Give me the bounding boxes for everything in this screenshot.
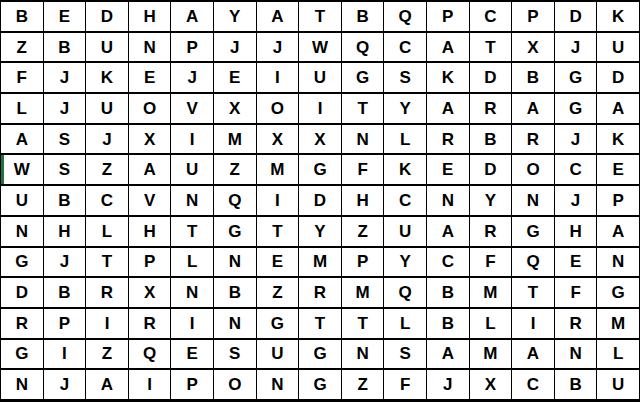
grid-cell[interactable]: Q bbox=[214, 186, 256, 215]
grid-cell[interactable]: L bbox=[384, 309, 426, 338]
grid-cell[interactable]: M bbox=[470, 278, 512, 307]
grid-cell[interactable]: A bbox=[257, 2, 299, 31]
grid-cell[interactable]: J bbox=[555, 125, 597, 154]
grid-cell[interactable]: A bbox=[512, 94, 554, 123]
grid-cell[interactable]: G bbox=[299, 370, 341, 399]
grid-cell[interactable]: Z bbox=[342, 217, 384, 246]
grid-cell[interactable]: B bbox=[44, 186, 86, 215]
grid-cell[interactable]: G bbox=[597, 278, 639, 307]
grid-cell[interactable]: A bbox=[427, 217, 469, 246]
grid-cell[interactable]: E bbox=[427, 155, 469, 184]
grid-cell[interactable]: K bbox=[384, 155, 426, 184]
grid-cell[interactable]: D bbox=[555, 2, 597, 31]
grid-cell[interactable]: Y bbox=[299, 217, 341, 246]
grid-cell[interactable]: G bbox=[214, 217, 256, 246]
grid-cell[interactable]: P bbox=[44, 309, 86, 338]
grid-cell[interactable]: S bbox=[384, 340, 426, 369]
grid-cell[interactable]: E bbox=[171, 340, 213, 369]
grid-cell[interactable]: A bbox=[171, 2, 213, 31]
grid-cell[interactable]: S bbox=[44, 155, 86, 184]
grid-cell[interactable]: B bbox=[427, 309, 469, 338]
grid-cell[interactable]: G bbox=[512, 217, 554, 246]
grid-cell[interactable]: Z bbox=[257, 278, 299, 307]
grid-cell[interactable]: T bbox=[512, 278, 554, 307]
grid-cell[interactable]: R bbox=[427, 125, 469, 154]
grid-cell[interactable]: U bbox=[86, 94, 128, 123]
grid-cell[interactable]: Y bbox=[384, 94, 426, 123]
grid-cell[interactable]: I bbox=[171, 309, 213, 338]
grid-cell[interactable]: O bbox=[512, 155, 554, 184]
grid-cell[interactable]: A bbox=[597, 217, 639, 246]
grid-cell[interactable]: R bbox=[86, 278, 128, 307]
grid-cell[interactable]: M bbox=[470, 340, 512, 369]
grid-cell[interactable]: Z bbox=[214, 155, 256, 184]
grid-cell[interactable]: M bbox=[342, 278, 384, 307]
grid-cell[interactable]: H bbox=[129, 217, 171, 246]
grid-cell[interactable]: A bbox=[427, 340, 469, 369]
grid-cell[interactable]: F bbox=[384, 370, 426, 399]
grid-cell[interactable]: U bbox=[597, 33, 639, 62]
grid-cell[interactable]: Y bbox=[470, 186, 512, 215]
grid-cell[interactable]: N bbox=[1, 370, 43, 399]
grid-cell[interactable]: B bbox=[512, 63, 554, 92]
grid-cell[interactable]: C bbox=[512, 370, 554, 399]
grid-cell[interactable]: A bbox=[129, 155, 171, 184]
grid-cell[interactable]: A bbox=[427, 33, 469, 62]
grid-cell[interactable]: G bbox=[299, 340, 341, 369]
grid-cell[interactable]: K bbox=[597, 2, 639, 31]
grid-cell[interactable]: J bbox=[44, 248, 86, 277]
grid-cell[interactable]: N bbox=[342, 125, 384, 154]
grid-cell[interactable]: Z bbox=[1, 33, 43, 62]
word-search-grid: BEDHAYATBQPCPDKZBUNPJJWQCATXJUFJKEJEIUGS… bbox=[0, 0, 640, 402]
grid-cell[interactable]: Z bbox=[342, 370, 384, 399]
grid-cell[interactable]: U bbox=[171, 155, 213, 184]
grid-cell[interactable]: E bbox=[214, 63, 256, 92]
grid-cell[interactable]: Y bbox=[214, 2, 256, 31]
grid-cell[interactable]: U bbox=[1, 186, 43, 215]
grid-cell[interactable]: T bbox=[342, 94, 384, 123]
grid-cell[interactable]: P bbox=[171, 370, 213, 399]
grid-cell[interactable]: O bbox=[257, 94, 299, 123]
grid-cell[interactable]: X bbox=[512, 33, 554, 62]
grid-cell[interactable]: B bbox=[427, 278, 469, 307]
grid-cell[interactable]: N bbox=[214, 248, 256, 277]
grid-cell[interactable]: B bbox=[555, 370, 597, 399]
grid-cell[interactable]: T bbox=[257, 217, 299, 246]
grid-cell[interactable]: P bbox=[342, 248, 384, 277]
grid-cell[interactable]: V bbox=[129, 186, 171, 215]
grid-cell[interactable]: N bbox=[597, 248, 639, 277]
grid-cell[interactable]: X bbox=[129, 125, 171, 154]
grid-cell[interactable]: B bbox=[470, 125, 512, 154]
grid-cell[interactable]: K bbox=[86, 63, 128, 92]
grid-cell[interactable]: Q bbox=[512, 248, 554, 277]
grid-cell[interactable]: E bbox=[257, 248, 299, 277]
grid-cell[interactable]: A bbox=[512, 340, 554, 369]
grid-cell[interactable]: P bbox=[427, 2, 469, 31]
grid-cell[interactable]: G bbox=[555, 63, 597, 92]
grid-cell[interactable]: J bbox=[44, 63, 86, 92]
grid-cell[interactable]: H bbox=[555, 217, 597, 246]
grid-cell[interactable]: D bbox=[299, 186, 341, 215]
grid-cell[interactable]: L bbox=[1, 94, 43, 123]
grid-cell[interactable]: M bbox=[214, 125, 256, 154]
grid-cell[interactable]: I bbox=[299, 94, 341, 123]
grid-cell[interactable]: D bbox=[597, 63, 639, 92]
grid-cell[interactable]: V bbox=[171, 94, 213, 123]
grid-cell[interactable]: D bbox=[470, 155, 512, 184]
grid-cell[interactable]: H bbox=[129, 2, 171, 31]
grid-cell[interactable]: J bbox=[555, 186, 597, 215]
grid-cell[interactable]: X bbox=[257, 125, 299, 154]
grid-cell[interactable]: W bbox=[299, 33, 341, 62]
grid-cell[interactable]: C bbox=[470, 2, 512, 31]
grid-cell[interactable]: S bbox=[214, 340, 256, 369]
grid-cell[interactable]: R bbox=[512, 125, 554, 154]
grid-cell[interactable]: L bbox=[171, 248, 213, 277]
grid-cell[interactable]: C bbox=[86, 186, 128, 215]
grid-cell[interactable]: Y bbox=[384, 248, 426, 277]
grid-cell[interactable]: P bbox=[597, 186, 639, 215]
grid-cell[interactable]: G bbox=[1, 248, 43, 277]
grid-cell[interactable]: M bbox=[597, 309, 639, 338]
grid-cell[interactable]: U bbox=[384, 217, 426, 246]
grid-cell[interactable]: G bbox=[257, 309, 299, 338]
grid-cell[interactable]: J bbox=[257, 33, 299, 62]
grid-cell[interactable]: O bbox=[214, 370, 256, 399]
grid-cell[interactable]: J bbox=[44, 94, 86, 123]
grid-cell[interactable]: U bbox=[597, 370, 639, 399]
grid-cell[interactable]: G bbox=[299, 155, 341, 184]
grid-cell[interactable]: I bbox=[129, 370, 171, 399]
grid-cell[interactable]: C bbox=[555, 155, 597, 184]
grid-cell[interactable]: M bbox=[257, 155, 299, 184]
grid-cell[interactable]: M bbox=[299, 248, 341, 277]
grid-cell[interactable]: N bbox=[129, 33, 171, 62]
grid-cell[interactable]: R bbox=[555, 309, 597, 338]
grid-cell[interactable]: J bbox=[44, 370, 86, 399]
grid-cell[interactable]: N bbox=[427, 186, 469, 215]
grid-cell[interactable]: X bbox=[214, 94, 256, 123]
grid-cell[interactable]: K bbox=[597, 125, 639, 154]
grid-cell[interactable]: P bbox=[512, 2, 554, 31]
grid-cell[interactable]: T bbox=[86, 248, 128, 277]
grid-cell[interactable]: L bbox=[86, 217, 128, 246]
grid-cell[interactable]: G bbox=[555, 94, 597, 123]
grid-cell[interactable]: U bbox=[257, 340, 299, 369]
grid-cell[interactable]: I bbox=[257, 186, 299, 215]
grid-cell[interactable]: I bbox=[512, 309, 554, 338]
grid-cell[interactable]: E bbox=[597, 155, 639, 184]
grid-cell[interactable]: P bbox=[171, 33, 213, 62]
grid-cell[interactable]: I bbox=[171, 125, 213, 154]
grid-cell[interactable]: T bbox=[299, 2, 341, 31]
grid-cell[interactable]: J bbox=[214, 33, 256, 62]
grid-cell[interactable]: N bbox=[555, 340, 597, 369]
grid-cell[interactable]: J bbox=[171, 63, 213, 92]
grid-cell[interactable]: E bbox=[555, 248, 597, 277]
grid-cell-accent[interactable]: W bbox=[1, 155, 43, 184]
grid-cell[interactable]: D bbox=[1, 278, 43, 307]
grid-cell[interactable]: R bbox=[470, 217, 512, 246]
grid-cell[interactable]: H bbox=[342, 186, 384, 215]
grid-cell[interactable]: C bbox=[384, 33, 426, 62]
grid-cell[interactable]: R bbox=[299, 278, 341, 307]
grid-cell[interactable]: E bbox=[44, 2, 86, 31]
grid-cell[interactable]: F bbox=[1, 63, 43, 92]
grid-cell[interactable]: K bbox=[427, 63, 469, 92]
grid-cell[interactable]: N bbox=[342, 340, 384, 369]
grid-cell[interactable]: J bbox=[427, 370, 469, 399]
grid-cell[interactable]: N bbox=[171, 278, 213, 307]
grid-cell[interactable]: R bbox=[470, 94, 512, 123]
grid-cell[interactable]: L bbox=[597, 340, 639, 369]
grid-cell[interactable]: R bbox=[1, 309, 43, 338]
grid-cell[interactable]: T bbox=[299, 309, 341, 338]
grid-cell[interactable]: U bbox=[86, 33, 128, 62]
grid-cell[interactable]: B bbox=[44, 33, 86, 62]
grid-cell[interactable]: J bbox=[555, 33, 597, 62]
grid-cell[interactable]: L bbox=[384, 125, 426, 154]
grid-cell[interactable]: I bbox=[257, 63, 299, 92]
grid-cell[interactable]: Q bbox=[129, 340, 171, 369]
grid-cell[interactable]: B bbox=[214, 278, 256, 307]
grid-cell[interactable]: T bbox=[342, 309, 384, 338]
grid-cell[interactable]: N bbox=[1, 217, 43, 246]
grid-cell[interactable]: S bbox=[44, 125, 86, 154]
grid-cell[interactable]: E bbox=[129, 63, 171, 92]
grid-cell[interactable]: Q bbox=[342, 33, 384, 62]
grid-cell[interactable]: F bbox=[555, 278, 597, 307]
grid-cell[interactable]: A bbox=[1, 125, 43, 154]
grid-cell[interactable]: D bbox=[470, 63, 512, 92]
grid-cell[interactable]: G bbox=[342, 63, 384, 92]
grid-cell[interactable]: T bbox=[171, 217, 213, 246]
grid-cell[interactable]: F bbox=[342, 155, 384, 184]
grid-cell[interactable]: Q bbox=[384, 2, 426, 31]
grid-cell[interactable]: J bbox=[86, 125, 128, 154]
grid-cell[interactable]: F bbox=[470, 248, 512, 277]
grid-cell[interactable]: X bbox=[129, 278, 171, 307]
grid-cell[interactable]: T bbox=[470, 33, 512, 62]
grid-cell[interactable]: C bbox=[427, 248, 469, 277]
grid-cell[interactable]: A bbox=[597, 94, 639, 123]
grid-cell[interactable]: U bbox=[299, 63, 341, 92]
grid-cell[interactable]: A bbox=[427, 94, 469, 123]
grid-cell[interactable]: X bbox=[299, 125, 341, 154]
grid-cell[interactable]: X bbox=[470, 370, 512, 399]
grid-cell[interactable]: P bbox=[129, 248, 171, 277]
grid-cell[interactable]: I bbox=[44, 340, 86, 369]
grid-cell[interactable]: A bbox=[86, 370, 128, 399]
grid-cell[interactable]: N bbox=[171, 186, 213, 215]
grid-cell[interactable]: N bbox=[257, 370, 299, 399]
grid-cell[interactable]: H bbox=[44, 217, 86, 246]
grid-cell[interactable]: R bbox=[129, 309, 171, 338]
grid-cell[interactable]: C bbox=[384, 186, 426, 215]
grid-cell[interactable]: Q bbox=[384, 278, 426, 307]
grid-cell[interactable]: Z bbox=[86, 155, 128, 184]
grid-cell[interactable]: Z bbox=[86, 340, 128, 369]
grid-cell[interactable]: O bbox=[129, 94, 171, 123]
grid-cell[interactable]: G bbox=[1, 340, 43, 369]
grid-cell[interactable]: D bbox=[86, 2, 128, 31]
grid-cell[interactable]: B bbox=[44, 278, 86, 307]
grid-cell[interactable]: N bbox=[512, 186, 554, 215]
grid-cell[interactable]: B bbox=[342, 2, 384, 31]
grid-cell[interactable]: B bbox=[1, 2, 43, 31]
grid-cell[interactable]: L bbox=[470, 309, 512, 338]
grid-cell[interactable]: N bbox=[214, 309, 256, 338]
grid-cell[interactable]: S bbox=[384, 63, 426, 92]
grid-cell[interactable]: I bbox=[86, 309, 128, 338]
